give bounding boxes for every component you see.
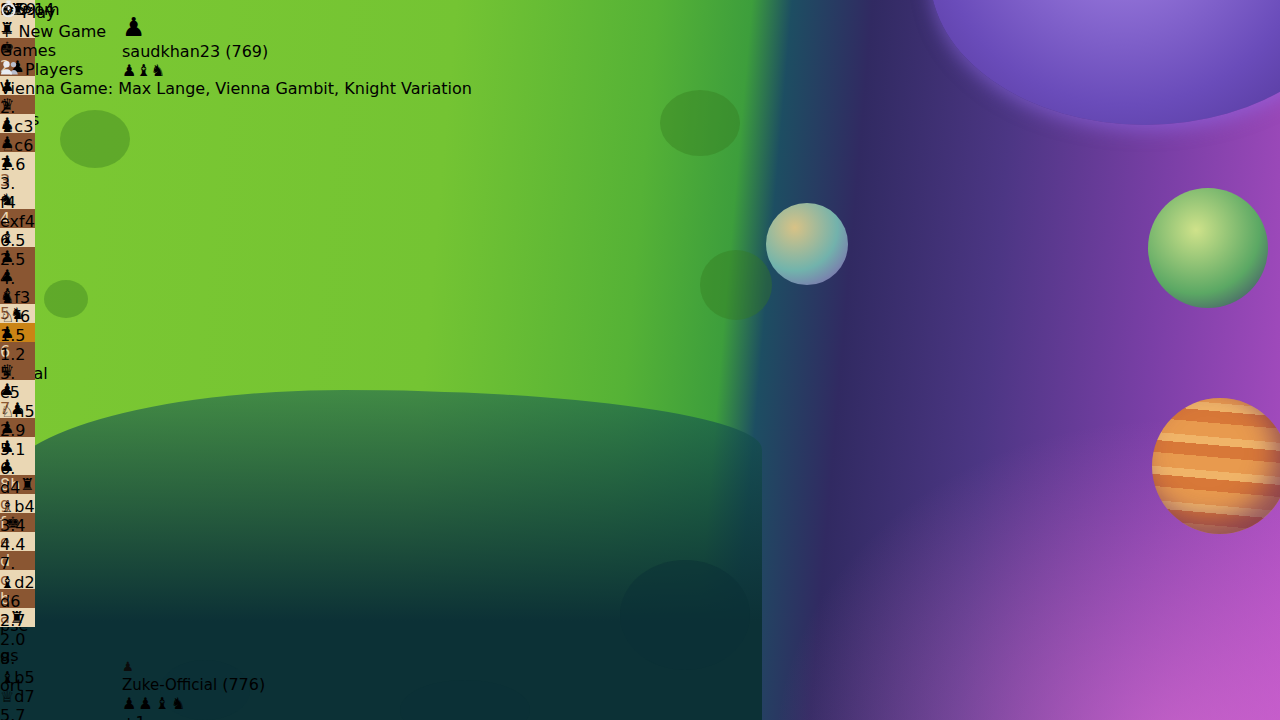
move-row[interactable]: 2.♞c3♘c61.6 xyxy=(0,98,472,174)
crater xyxy=(700,250,772,320)
move-time: 3.4 xyxy=(0,516,25,535)
small-planet xyxy=(766,203,848,285)
move-time: 2.0 xyxy=(0,630,25,649)
move-row[interactable]: 6.d4♗b43.44.4 xyxy=(0,459,472,554)
white-move[interactable]: ♝d2 xyxy=(0,573,472,592)
move-text: c6 xyxy=(14,136,33,155)
move-text: d4 xyxy=(0,478,20,497)
move-time: 1.6 xyxy=(0,155,25,174)
figurine-N: ♘ xyxy=(0,307,14,326)
game-panel: Play + New Game Games Players Vienna Gam… xyxy=(0,0,472,720)
move-text: d7 xyxy=(14,687,34,706)
black-move[interactable]: exf4 xyxy=(0,212,472,231)
white-move[interactable]: f4 xyxy=(0,193,472,212)
figurine-B: ♝ xyxy=(0,668,14,687)
opening-name: Vienna Game: Max Lange, Vienna Gambit, K… xyxy=(0,79,472,98)
white-move[interactable]: d4 xyxy=(0,478,472,497)
move-number: 4. xyxy=(0,269,15,288)
move-text: e5 xyxy=(0,383,20,402)
move-row[interactable]: 4.♞f3♘f61.51.2 xyxy=(0,269,472,364)
move-number: 6. xyxy=(0,459,15,478)
move-text: d6 xyxy=(0,592,20,611)
move-row[interactable]: 5.e5♘h52.95.1 xyxy=(0,364,472,459)
move-text: b4 xyxy=(14,497,34,516)
move-time: 2.7 xyxy=(0,611,25,630)
tab-label: Players xyxy=(25,60,83,79)
white-move[interactable]: ♝b5 xyxy=(0,668,472,687)
black-move[interactable]: d6 xyxy=(0,592,472,611)
crater xyxy=(660,90,740,156)
tab-new-game[interactable]: + New Game xyxy=(0,22,472,41)
move-time: 5.7 xyxy=(0,706,25,720)
black-move[interactable]: ♘f6 xyxy=(0,307,472,326)
move-text: f4 xyxy=(0,193,16,212)
figurine-N: ♞ xyxy=(0,288,14,307)
panel-nav: Play + New Game Games Players xyxy=(0,0,472,79)
figurine-N: ♞ xyxy=(0,117,14,136)
move-time: 2.5 xyxy=(0,250,25,269)
move-text: f3 xyxy=(14,288,30,307)
black-move[interactable]: ♘c6 xyxy=(0,136,472,155)
move-time: 4.4 xyxy=(0,535,25,554)
move-time: 6.5 xyxy=(0,231,25,250)
move-number: 3. xyxy=(0,174,15,193)
people-icon xyxy=(0,60,20,75)
move-times: 1.6 xyxy=(0,155,472,174)
figurine-B: ♗ xyxy=(0,497,14,516)
move-times: 3.44.4 xyxy=(0,516,472,554)
figurine-B: ♝ xyxy=(0,573,14,592)
opening-name-row: Vienna Game: Max Lange, Vienna Gambit, K… xyxy=(0,79,472,98)
black-move[interactable]: ♗b4 xyxy=(0,497,472,516)
move-list: 2.♞c3♘c61.63.f4exf46.52.54.♞f3♘f61.51.25… xyxy=(0,98,472,720)
plus-square-icon: + xyxy=(0,22,13,41)
screen: { "game": "chess", "site": {"logo": "SS.… xyxy=(0,0,1280,720)
tab-games[interactable]: Games xyxy=(0,41,472,60)
white-move[interactable]: ♞f3 xyxy=(0,288,472,307)
move-text: d2 xyxy=(14,573,34,592)
figurine-N: ♘ xyxy=(0,402,14,421)
move-times: 2.95.1 xyxy=(0,421,472,459)
move-number: 5. xyxy=(0,364,15,383)
move-time: 5.1 xyxy=(0,440,25,459)
move-times: 2.72.0 xyxy=(0,611,472,649)
tab-play[interactable]: Play xyxy=(0,0,472,22)
move-times: 1.51.2 xyxy=(0,326,472,364)
green-planet xyxy=(1148,188,1268,308)
move-time: 1.5 xyxy=(0,326,25,345)
move-number: 7. xyxy=(0,554,15,573)
black-move[interactable]: ♘h5 xyxy=(0,402,472,421)
move-number: 2. xyxy=(0,98,15,117)
move-row[interactable]: 8.♝b5♕d75.76.8 xyxy=(0,649,472,720)
striped-planet xyxy=(1152,398,1280,534)
tab-label: Games xyxy=(0,41,56,60)
black-move[interactable]: ♕d7 xyxy=(0,687,472,706)
white-move[interactable]: ♞c3 xyxy=(0,117,472,136)
move-times: 6.52.5 xyxy=(0,231,472,269)
stopwatch-icon xyxy=(0,0,17,18)
figurine-N: ♘ xyxy=(0,136,14,155)
move-text: exf4 xyxy=(0,212,35,231)
move-row[interactable]: 3.f4exf46.52.5 xyxy=(0,174,472,269)
tab-players[interactable]: Players xyxy=(0,60,472,79)
move-text: h5 xyxy=(14,402,34,421)
white-move[interactable]: e5 xyxy=(0,383,472,402)
move-number: 8. xyxy=(0,649,15,668)
tab-label: New Game xyxy=(19,22,107,41)
move-text: f6 xyxy=(14,307,30,326)
crater xyxy=(620,560,750,670)
move-text: c3 xyxy=(14,117,33,136)
move-times: 5.76.8 xyxy=(0,706,472,720)
move-row[interactable]: 7.♝d2d62.72.0 xyxy=(0,554,472,649)
tab-label: Play xyxy=(22,3,55,22)
figurine-Q: ♕ xyxy=(0,687,14,706)
move-time: 2.9 xyxy=(0,421,25,440)
move-text: b5 xyxy=(14,668,34,687)
move-time: 1.2 xyxy=(0,345,25,364)
